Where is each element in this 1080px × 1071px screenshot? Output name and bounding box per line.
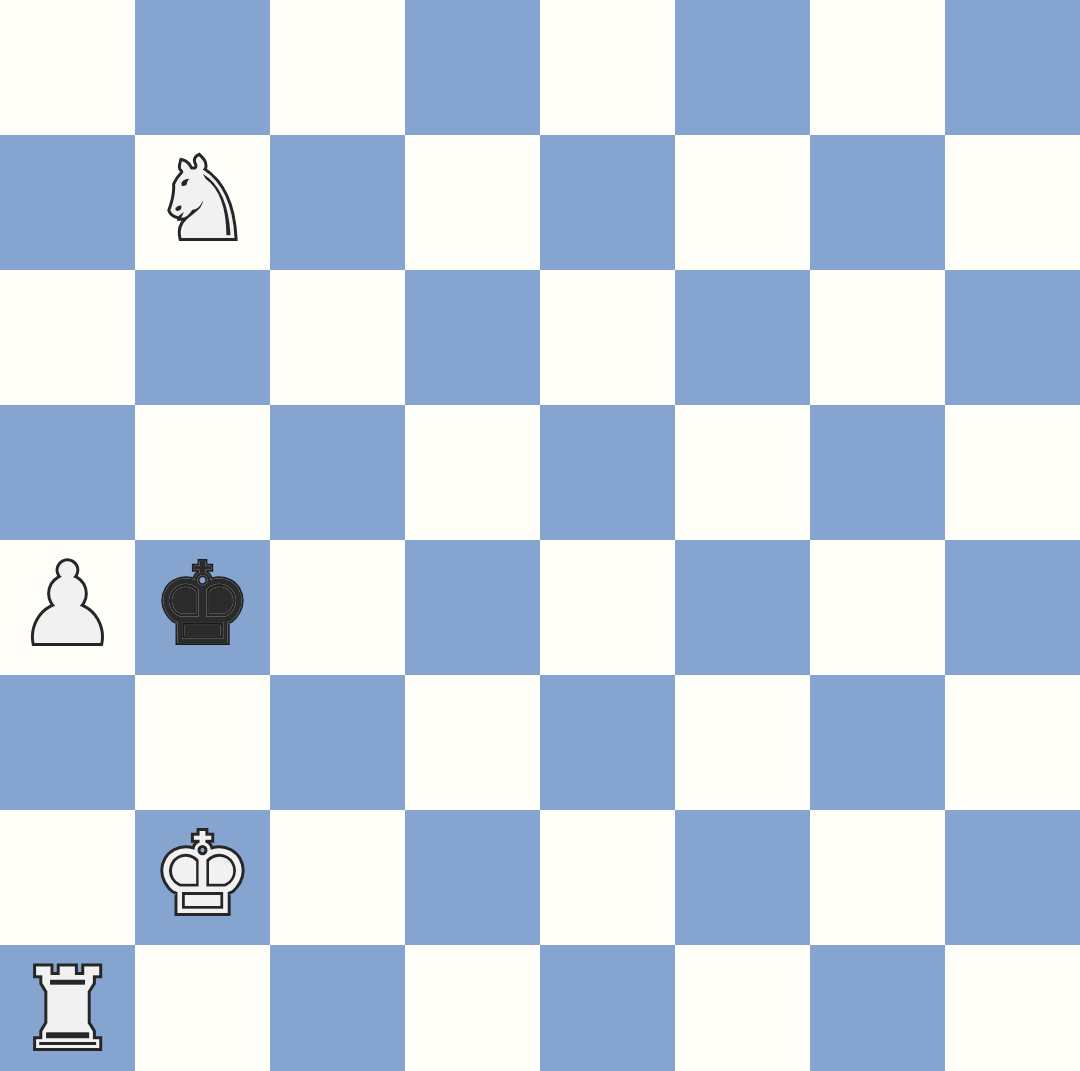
- square-e7[interactable]: [540, 135, 675, 270]
- square-c1[interactable]: [270, 945, 405, 1071]
- square-c2[interactable]: [270, 810, 405, 945]
- square-f8[interactable]: [675, 0, 810, 135]
- square-d4[interactable]: [405, 540, 540, 675]
- square-d8[interactable]: [405, 0, 540, 135]
- square-g5[interactable]: [810, 405, 945, 540]
- square-b1[interactable]: [135, 945, 270, 1071]
- square-e5[interactable]: [540, 405, 675, 540]
- square-a3[interactable]: [0, 675, 135, 810]
- square-b4[interactable]: ♚: [135, 540, 270, 675]
- square-h1[interactable]: [945, 945, 1080, 1071]
- square-h7[interactable]: [945, 135, 1080, 270]
- square-a6[interactable]: [0, 270, 135, 405]
- square-h4[interactable]: [945, 540, 1080, 675]
- square-e1[interactable]: [540, 945, 675, 1071]
- square-f5[interactable]: [675, 405, 810, 540]
- square-a8[interactable]: [0, 0, 135, 135]
- square-f2[interactable]: [675, 810, 810, 945]
- square-c8[interactable]: [270, 0, 405, 135]
- square-b8[interactable]: [135, 0, 270, 135]
- square-g7[interactable]: [810, 135, 945, 270]
- square-c5[interactable]: [270, 405, 405, 540]
- square-a2[interactable]: [0, 810, 135, 945]
- piece-white-king[interactable]: ♚: [152, 818, 252, 930]
- square-f7[interactable]: [675, 135, 810, 270]
- square-h3[interactable]: [945, 675, 1080, 810]
- piece-black-king[interactable]: ♚: [152, 548, 252, 660]
- square-e3[interactable]: [540, 675, 675, 810]
- square-g1[interactable]: [810, 945, 945, 1071]
- square-b5[interactable]: [135, 405, 270, 540]
- square-f3[interactable]: [675, 675, 810, 810]
- square-b6[interactable]: [135, 270, 270, 405]
- piece-white-rook[interactable]: ♜: [17, 953, 117, 1065]
- square-e2[interactable]: [540, 810, 675, 945]
- square-f6[interactable]: [675, 270, 810, 405]
- square-h5[interactable]: [945, 405, 1080, 540]
- square-g8[interactable]: [810, 0, 945, 135]
- square-d1[interactable]: [405, 945, 540, 1071]
- square-a7[interactable]: [0, 135, 135, 270]
- square-g6[interactable]: [810, 270, 945, 405]
- square-c7[interactable]: [270, 135, 405, 270]
- chess-board: ♞♟♚♚♜: [0, 0, 1080, 1071]
- square-d2[interactable]: [405, 810, 540, 945]
- piece-white-knight[interactable]: ♞: [152, 143, 252, 255]
- square-b7[interactable]: ♞: [135, 135, 270, 270]
- square-e8[interactable]: [540, 0, 675, 135]
- square-f1[interactable]: [675, 945, 810, 1071]
- square-b3[interactable]: [135, 675, 270, 810]
- square-c4[interactable]: [270, 540, 405, 675]
- square-d7[interactable]: [405, 135, 540, 270]
- square-a1[interactable]: ♜: [0, 945, 135, 1071]
- square-a5[interactable]: [0, 405, 135, 540]
- square-h6[interactable]: [945, 270, 1080, 405]
- square-c3[interactable]: [270, 675, 405, 810]
- square-g3[interactable]: [810, 675, 945, 810]
- square-e6[interactable]: [540, 270, 675, 405]
- square-a4[interactable]: ♟: [0, 540, 135, 675]
- square-f4[interactable]: [675, 540, 810, 675]
- square-g4[interactable]: [810, 540, 945, 675]
- square-c6[interactable]: [270, 270, 405, 405]
- square-d3[interactable]: [405, 675, 540, 810]
- piece-white-pawn[interactable]: ♟: [17, 548, 117, 660]
- square-b2[interactable]: ♚: [135, 810, 270, 945]
- square-g2[interactable]: [810, 810, 945, 945]
- square-h2[interactable]: [945, 810, 1080, 945]
- square-d5[interactable]: [405, 405, 540, 540]
- square-d6[interactable]: [405, 270, 540, 405]
- square-h8[interactable]: [945, 0, 1080, 135]
- square-e4[interactable]: [540, 540, 675, 675]
